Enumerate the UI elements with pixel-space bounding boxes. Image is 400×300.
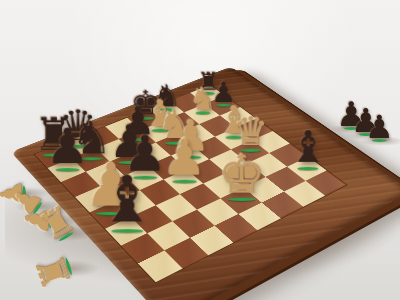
captured-black-pawn-piece: ♟ (365, 111, 394, 143)
white-knight-piece: ♞ (189, 84, 216, 115)
black-bishop-piece: ♝ (98, 168, 155, 232)
white-king-piece: ♚ (218, 148, 266, 201)
black-pawn-piece: ♟ (46, 122, 89, 170)
scene: ♜♛♚♞♜♟♞♟♝♞♟♟♞♟♟♝♟♟♛♝♚♝ ♟♟♟♜♜ ♟♟♟ (0, 0, 400, 300)
white-pawn-piece: ♟ (162, 133, 206, 182)
black-bishop-piece: ♝ (288, 126, 327, 169)
